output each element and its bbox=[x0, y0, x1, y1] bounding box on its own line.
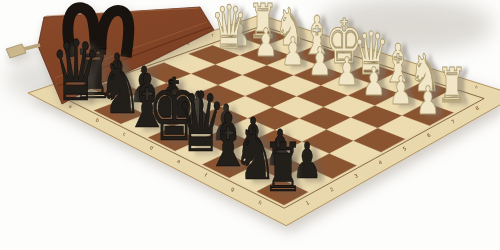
white-pawn: ♟ bbox=[281, 32, 305, 71]
black-pawn: ♟ bbox=[156, 74, 186, 124]
white-bishop: ♝ bbox=[382, 38, 414, 91]
black-queen: ♛ bbox=[50, 29, 101, 113]
black-rook: ♜ bbox=[262, 135, 303, 202]
white-queen: ♛ bbox=[211, 0, 248, 57]
white-pawn: ♟ bbox=[254, 23, 278, 62]
white-queen: ♛ bbox=[353, 24, 389, 83]
black-pawn: ♟ bbox=[183, 87, 213, 137]
white-pawn: ♟ bbox=[416, 81, 440, 120]
black-pawn: ♟ bbox=[292, 137, 322, 187]
black-bishop: ♝ bbox=[206, 103, 251, 177]
white-pawn: ♟ bbox=[362, 62, 386, 101]
white-bishop: ♝ bbox=[301, 11, 333, 64]
black-king: ♚ bbox=[148, 66, 201, 152]
white-rook: ♜ bbox=[438, 61, 467, 109]
black-pawn: ♟ bbox=[129, 61, 159, 111]
black-queen: ♛ bbox=[176, 83, 226, 166]
black-pawn: ♟ bbox=[210, 99, 240, 149]
black-pawn: ♟ bbox=[265, 125, 295, 175]
white-knight: ♞ bbox=[410, 48, 442, 100]
black-pawn: ♟ bbox=[237, 112, 267, 162]
white-knight: ♞ bbox=[274, 2, 306, 54]
white-pawn: ♟ bbox=[389, 71, 413, 110]
pieces-layer: ♜♞♝♚♛♝♞♜♟♟♟♟♟♟♟♟♟♟♟♟♟♟♟♟♜♞♝♚♛♝♞♜♛♛ bbox=[0, 0, 500, 250]
white-pawn: ♟ bbox=[308, 42, 332, 81]
product-photo-scene: aabbccddeeffgghh1122334455667788 ♜♞♝♚♛♝♞… bbox=[0, 0, 500, 250]
black-knight: ♞ bbox=[98, 52, 142, 125]
black-knight: ♞ bbox=[233, 118, 277, 191]
black-pawn: ♟ bbox=[102, 49, 132, 99]
black-bishop: ♝ bbox=[124, 63, 169, 137]
black-rook: ♜ bbox=[72, 43, 113, 110]
white-king: ♚ bbox=[325, 12, 363, 74]
white-pawn: ♟ bbox=[335, 52, 359, 91]
white-pawn: ♟ bbox=[227, 13, 251, 52]
white-rook: ♜ bbox=[249, 0, 278, 45]
